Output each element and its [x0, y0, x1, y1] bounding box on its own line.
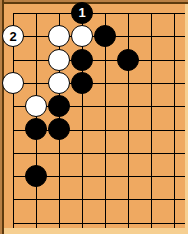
intersection: [25, 188, 48, 211]
black-stone: [48, 95, 70, 117]
intersection: [117, 164, 140, 187]
intersection: [163, 211, 186, 234]
intersection: [48, 25, 71, 48]
intersection: [48, 188, 71, 211]
intersection: [140, 95, 163, 118]
black-stone: [71, 72, 93, 94]
move-number-label: 1: [78, 6, 85, 19]
white-stone: [48, 72, 70, 94]
intersection: [2, 141, 25, 164]
intersection: [25, 1, 48, 24]
intersection: [117, 25, 140, 48]
intersection: [2, 71, 25, 94]
intersection: [94, 211, 117, 234]
intersection: 2: [2, 25, 25, 48]
intersection: [163, 1, 186, 24]
intersection: [117, 118, 140, 141]
intersection: [140, 141, 163, 164]
intersection: [71, 188, 94, 211]
intersection: [94, 141, 117, 164]
intersection: [25, 141, 48, 164]
intersection: [140, 71, 163, 94]
intersection: [140, 211, 163, 234]
intersection: [71, 71, 94, 94]
intersection: [2, 48, 25, 71]
intersection: [2, 164, 25, 187]
intersection: [48, 48, 71, 71]
black-stone: [71, 49, 93, 71]
intersection: [117, 141, 140, 164]
intersection: [48, 118, 71, 141]
black-stone: [25, 165, 47, 187]
black-stone: [25, 118, 47, 140]
intersection: [48, 211, 71, 234]
intersection: [140, 164, 163, 187]
intersection: [140, 48, 163, 71]
intersection: [163, 164, 186, 187]
intersection: [71, 118, 94, 141]
intersection: [163, 141, 186, 164]
intersection: [2, 188, 25, 211]
intersection: [117, 1, 140, 24]
intersection: [2, 211, 25, 234]
intersection: [94, 118, 117, 141]
white-stone: [71, 25, 93, 47]
board-intersections: 12: [2, 1, 186, 234]
intersection: [25, 118, 48, 141]
intersection: [25, 95, 48, 118]
white-stone-move-2: 2: [2, 25, 24, 47]
black-stone: [117, 49, 139, 71]
intersection: [140, 188, 163, 211]
intersection: [117, 211, 140, 234]
white-stone: [48, 49, 70, 71]
intersection: [117, 188, 140, 211]
intersection: [71, 141, 94, 164]
intersection: [25, 71, 48, 94]
intersection: [117, 71, 140, 94]
intersection: [140, 1, 163, 24]
intersection: [25, 25, 48, 48]
black-stone-move-1: 1: [71, 2, 93, 24]
white-stone: [48, 25, 70, 47]
intersection: [25, 48, 48, 71]
black-stone: [48, 118, 70, 140]
intersection: [94, 188, 117, 211]
move-number-label: 2: [9, 30, 16, 43]
intersection: [2, 1, 25, 24]
intersection: [163, 48, 186, 71]
intersection: [163, 118, 186, 141]
intersection: [117, 48, 140, 71]
black-stone: [94, 25, 116, 47]
intersection: [163, 95, 186, 118]
intersection: [71, 164, 94, 187]
intersection: [140, 25, 163, 48]
white-stone: [2, 72, 24, 94]
intersection: [48, 95, 71, 118]
intersection: [94, 71, 117, 94]
intersection: [48, 164, 71, 187]
intersection: [48, 1, 71, 24]
intersection: [94, 1, 117, 24]
intersection: 1: [71, 1, 94, 24]
go-board-corner-diagram: 12: [0, 0, 188, 234]
intersection: [163, 71, 186, 94]
intersection: [25, 211, 48, 234]
white-stone: [25, 95, 47, 117]
intersection: [71, 48, 94, 71]
intersection: [71, 95, 94, 118]
intersection: [71, 25, 94, 48]
intersection: [2, 118, 25, 141]
intersection: [2, 95, 25, 118]
intersection: [71, 211, 94, 234]
intersection: [163, 25, 186, 48]
intersection: [94, 25, 117, 48]
intersection: [94, 48, 117, 71]
intersection: [94, 95, 117, 118]
intersection: [117, 95, 140, 118]
intersection: [25, 164, 48, 187]
intersection: [48, 71, 71, 94]
intersection: [94, 164, 117, 187]
intersection: [163, 188, 186, 211]
intersection: [140, 118, 163, 141]
intersection: [48, 141, 71, 164]
